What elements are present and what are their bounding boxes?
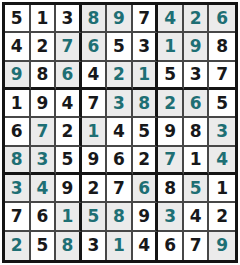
- cell-r7c1: 3: [5, 175, 31, 203]
- cell-r8c4: 5: [82, 203, 108, 231]
- cell-r3c2: 8: [31, 62, 57, 90]
- cell-r4c9: 5: [209, 90, 235, 118]
- cell-r2c2: 2: [31, 33, 57, 61]
- cell-r7c4: 2: [82, 175, 108, 203]
- cell-r1c7: 4: [158, 5, 184, 33]
- cell-r4c3: 4: [56, 90, 82, 118]
- cell-r8c2: 6: [31, 203, 57, 231]
- cell-r4c8: 6: [184, 90, 210, 118]
- cell-r6c5: 6: [107, 147, 133, 175]
- cell-r6c2: 3: [31, 147, 57, 175]
- cell-r8c3: 1: [56, 203, 82, 231]
- cell-r9c7: 6: [158, 232, 184, 260]
- cell-r4c4: 7: [82, 90, 108, 118]
- cell-r7c5: 7: [107, 175, 133, 203]
- cell-r9c5: 1: [107, 232, 133, 260]
- cell-r4c2: 9: [31, 90, 57, 118]
- cell-r7c8: 5: [184, 175, 210, 203]
- cell-r2c1: 4: [5, 33, 31, 61]
- cell-r3c4: 4: [82, 62, 108, 90]
- cell-r9c9: 9: [209, 232, 235, 260]
- cell-r1c4: 8: [82, 5, 108, 33]
- cell-r9c1: 2: [5, 232, 31, 260]
- cell-r2c7: 1: [158, 33, 184, 61]
- cell-r9c2: 5: [31, 232, 57, 260]
- cell-r9c8: 7: [184, 232, 210, 260]
- cell-r5c4: 1: [82, 118, 108, 146]
- cell-r7c7: 8: [158, 175, 184, 203]
- cell-r5c6: 5: [133, 118, 159, 146]
- cell-r2c4: 6: [82, 33, 108, 61]
- cell-r6c4: 9: [82, 147, 108, 175]
- cell-r1c9: 6: [209, 5, 235, 33]
- cell-r7c3: 9: [56, 175, 82, 203]
- cell-r3c3: 6: [56, 62, 82, 90]
- cell-r1c3: 3: [56, 5, 82, 33]
- cell-r8c1: 7: [5, 203, 31, 231]
- cell-r5c1: 6: [5, 118, 31, 146]
- cell-r4c6: 8: [133, 90, 159, 118]
- cell-r1c2: 1: [31, 5, 57, 33]
- cell-r6c3: 5: [56, 147, 82, 175]
- cell-r5c7: 9: [158, 118, 184, 146]
- cell-r5c9: 3: [209, 118, 235, 146]
- cell-r3c9: 7: [209, 62, 235, 90]
- cell-r6c9: 4: [209, 147, 235, 175]
- cell-r3c1: 9: [5, 62, 31, 90]
- cell-r2c3: 7: [56, 33, 82, 61]
- cell-r8c5: 8: [107, 203, 133, 231]
- cell-r3c6: 1: [133, 62, 159, 90]
- cell-r4c5: 3: [107, 90, 133, 118]
- cell-r5c8: 8: [184, 118, 210, 146]
- cell-r2c6: 3: [133, 33, 159, 61]
- cell-r6c6: 2: [133, 147, 159, 175]
- cell-r9c3: 8: [56, 232, 82, 260]
- cell-r4c1: 1: [5, 90, 31, 118]
- cell-r6c7: 7: [158, 147, 184, 175]
- sudoku-board: 5138974264276531989864215371947382656721…: [2, 2, 238, 263]
- cell-r6c8: 1: [184, 147, 210, 175]
- cell-r6c1: 8: [5, 147, 31, 175]
- sudoku-page: 5138974264276531989864215371947382656721…: [0, 0, 240, 265]
- cell-r5c2: 7: [31, 118, 57, 146]
- cell-r8c7: 3: [158, 203, 184, 231]
- cell-r3c5: 2: [107, 62, 133, 90]
- cell-r3c8: 3: [184, 62, 210, 90]
- cell-r5c3: 2: [56, 118, 82, 146]
- cell-r3c7: 5: [158, 62, 184, 90]
- cell-r2c8: 9: [184, 33, 210, 61]
- cell-r1c5: 9: [107, 5, 133, 33]
- cell-r8c9: 2: [209, 203, 235, 231]
- cell-r7c9: 1: [209, 175, 235, 203]
- cell-r4c7: 2: [158, 90, 184, 118]
- cell-r7c2: 4: [31, 175, 57, 203]
- cell-r2c5: 5: [107, 33, 133, 61]
- cell-r9c6: 4: [133, 232, 159, 260]
- cell-r2c9: 8: [209, 33, 235, 61]
- cell-r5c5: 4: [107, 118, 133, 146]
- cell-r9c4: 3: [82, 232, 108, 260]
- cell-r8c8: 4: [184, 203, 210, 231]
- cell-r8c6: 9: [133, 203, 159, 231]
- cell-r1c6: 7: [133, 5, 159, 33]
- cell-r1c8: 2: [184, 5, 210, 33]
- cell-r1c1: 5: [5, 5, 31, 33]
- cell-r7c6: 6: [133, 175, 159, 203]
